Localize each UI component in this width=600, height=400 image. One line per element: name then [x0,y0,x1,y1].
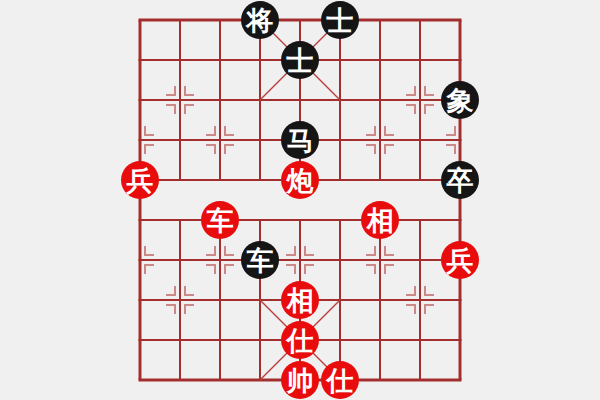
piece-red-pawn[interactable]: 兵 [441,241,479,279]
piece-black-elephant[interactable]: 象 [441,81,479,119]
piece-red-general[interactable]: 帅 [281,361,319,399]
piece-red-elephant[interactable]: 相 [281,281,319,319]
pieces-layer: 将士士象马兵炮卒车相车兵相仕帅仕 [120,0,480,400]
piece-black-chariot[interactable]: 车 [241,241,279,279]
piece-black-general[interactable]: 将 [241,1,279,39]
piece-black-horse[interactable]: 马 [281,121,319,159]
piece-red-pawn[interactable]: 兵 [121,161,159,199]
piece-red-chariot[interactable]: 车 [201,201,239,239]
piece-red-elephant[interactable]: 相 [361,201,399,239]
xiangqi-app: 将士士象马兵炮卒车相车兵相仕帅仕 [0,0,600,400]
piece-red-advisor[interactable]: 仕 [281,321,319,359]
piece-black-pawn[interactable]: 卒 [441,161,479,199]
piece-red-advisor[interactable]: 仕 [321,361,359,399]
piece-black-advisor[interactable]: 士 [281,41,319,79]
piece-black-advisor[interactable]: 士 [321,1,359,39]
piece-red-cannon[interactable]: 炮 [281,161,319,199]
